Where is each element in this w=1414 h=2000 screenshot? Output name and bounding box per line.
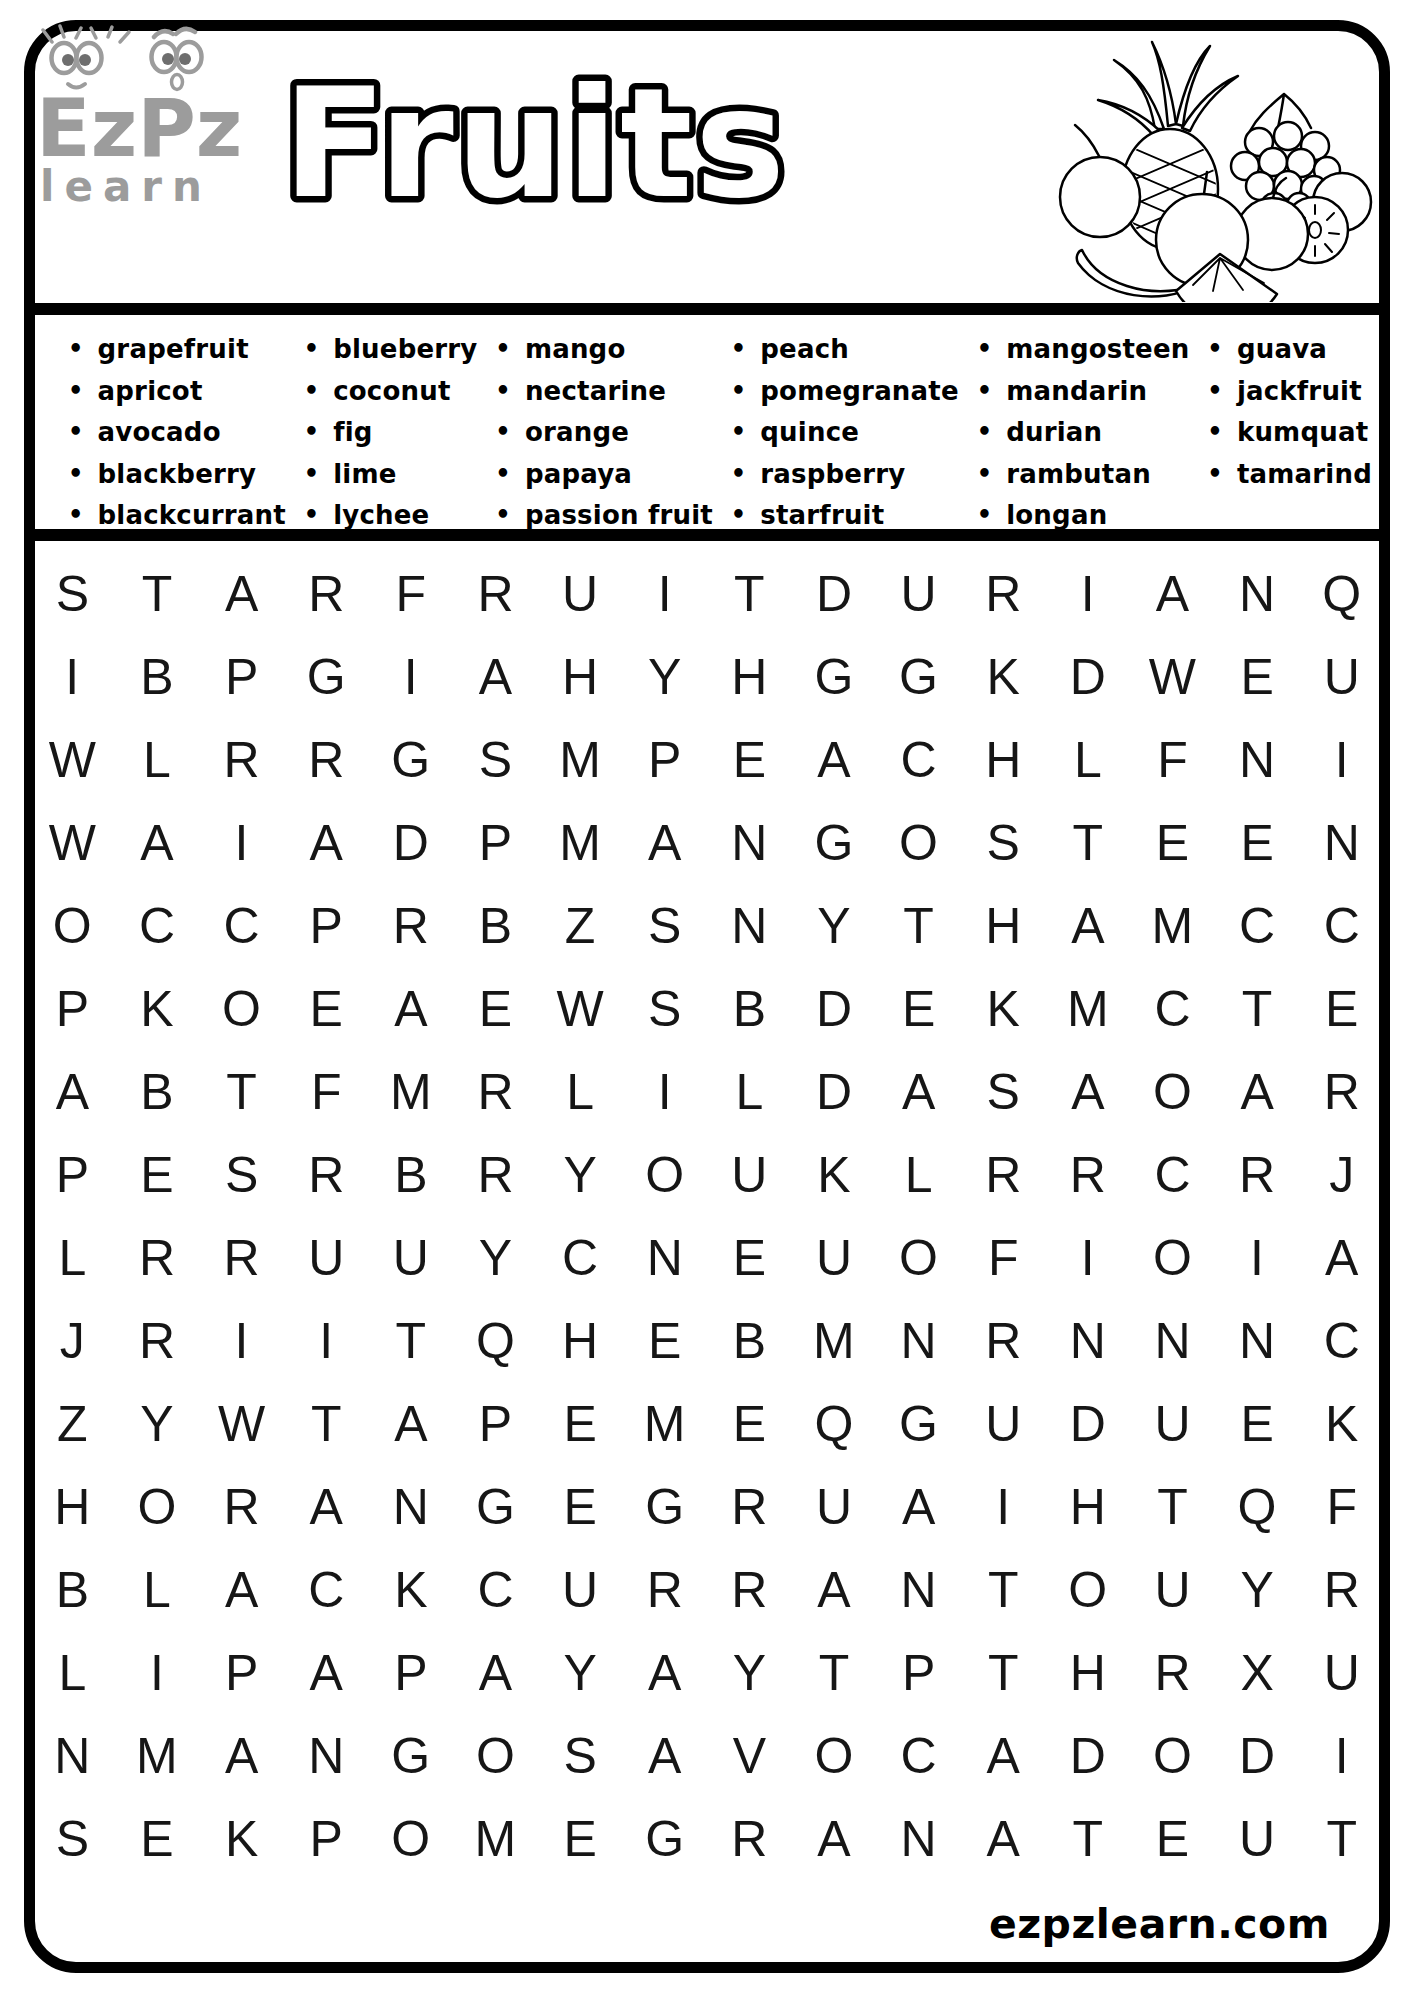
grid-cell-r14c14[interactable]: R	[1130, 1631, 1215, 1714]
grid-cell-r16c16[interactable]: T	[1299, 1797, 1384, 1880]
grid-cell-r7c11[interactable]: A	[876, 1050, 961, 1133]
grid-cell-r6c7[interactable]: W	[538, 967, 623, 1050]
grid-cell-r9c14[interactable]: O	[1130, 1216, 1215, 1299]
grid-cell-r1c7[interactable]: U	[538, 552, 623, 635]
grid-cell-r10c9[interactable]: B	[707, 1299, 792, 1382]
grid-cell-r12c14[interactable]: T	[1130, 1465, 1215, 1548]
bullet-icon: •	[731, 502, 747, 529]
grid-cell-r12c2[interactable]: O	[115, 1465, 200, 1548]
grid-cell-r9c8[interactable]: N	[622, 1216, 707, 1299]
grid-cell-r5c3[interactable]: C	[199, 884, 284, 967]
word-label: starfruit	[760, 502, 884, 529]
grid-cell-r9c11[interactable]: O	[876, 1216, 961, 1299]
bullet-icon: •	[68, 461, 84, 488]
grid-cell-r4c11[interactable]: O	[876, 801, 961, 884]
grid-cell-r12c11[interactable]: A	[876, 1465, 961, 1548]
grid-cell-r10c11[interactable]: N	[876, 1299, 961, 1382]
grid-cell-r15c2[interactable]: M	[115, 1714, 200, 1797]
word-list-item[interactable]: •tamarind	[1207, 461, 1372, 488]
grid-cell-r11c10[interactable]: Q	[792, 1382, 877, 1465]
grid-cell-r16c2[interactable]: E	[115, 1797, 200, 1880]
grid-cell-r15c10[interactable]: O	[792, 1714, 877, 1797]
grid-cell-r13c14[interactable]: U	[1130, 1548, 1215, 1631]
grid-cell-r3c15[interactable]: N	[1215, 718, 1300, 801]
grid-cell-r9c9[interactable]: E	[707, 1216, 792, 1299]
grid-cell-r14c10[interactable]: T	[792, 1631, 877, 1714]
grid-cell-r1c12[interactable]: R	[961, 552, 1046, 635]
grid-cell-r16c12[interactable]: A	[961, 1797, 1046, 1880]
grid-cell-r15c7[interactable]: S	[538, 1714, 623, 1797]
word-list-item[interactable]: •pomegranate	[731, 378, 959, 405]
grid-cell-r8c14[interactable]: C	[1130, 1133, 1215, 1216]
word-list-item[interactable]: •apricot	[68, 378, 286, 405]
grid-cell-r14c3[interactable]: P	[199, 1631, 284, 1714]
grid-cell-r3c13[interactable]: L	[1046, 718, 1131, 801]
grid-cell-r5c12[interactable]: H	[961, 884, 1046, 967]
grid-cell-r3c6[interactable]: S	[453, 718, 538, 801]
grid-cell-r13c2[interactable]: L	[115, 1548, 200, 1631]
grid-cell-r10c3[interactable]: I	[199, 1299, 284, 1382]
grid-cell-r2c16[interactable]: U	[1299, 635, 1384, 718]
grid-cell-r14c6[interactable]: A	[453, 1631, 538, 1714]
grid-cell-r16c5[interactable]: O	[369, 1797, 454, 1880]
grid-cell-r2c3[interactable]: P	[199, 635, 284, 718]
grid-cell-r6c2[interactable]: K	[115, 967, 200, 1050]
word-list-item[interactable]: •quince	[731, 419, 959, 446]
grid-cell-r9c16[interactable]: A	[1299, 1216, 1384, 1299]
grid-cell-r11c12[interactable]: U	[961, 1382, 1046, 1465]
word-list-item[interactable]: •peach	[731, 336, 959, 363]
word-list-item[interactable]: •orange	[495, 419, 713, 446]
word-list-item[interactable]: •blackcurrant	[68, 502, 286, 529]
grid-cell-r4c12[interactable]: S	[961, 801, 1046, 884]
grid-cell-r16c9[interactable]: R	[707, 1797, 792, 1880]
grid-cell-r3c14[interactable]: F	[1130, 718, 1215, 801]
grid-cell-r14c2[interactable]: I	[115, 1631, 200, 1714]
grid-cell-r16c14[interactable]: E	[1130, 1797, 1215, 1880]
grid-cell-r9c6[interactable]: Y	[453, 1216, 538, 1299]
grid-cell-r8c3[interactable]: S	[199, 1133, 284, 1216]
grid-cell-r3c3[interactable]: R	[199, 718, 284, 801]
grid-cell-r11c14[interactable]: U	[1130, 1382, 1215, 1465]
grid-cell-r13c1[interactable]: B	[30, 1548, 115, 1631]
grid-cell-r8c5[interactable]: B	[369, 1133, 454, 1216]
grid-cell-r6c1[interactable]: P	[30, 967, 115, 1050]
grid-cell-r10c16[interactable]: C	[1299, 1299, 1384, 1382]
grid-cell-r13c9[interactable]: R	[707, 1548, 792, 1631]
grid-cell-r1c11[interactable]: U	[876, 552, 961, 635]
grid-cell-r11c6[interactable]: P	[453, 1382, 538, 1465]
grid-cell-r1c9[interactable]: T	[707, 552, 792, 635]
grid-cell-r9c4[interactable]: U	[284, 1216, 369, 1299]
grid-cell-r14c12[interactable]: T	[961, 1631, 1046, 1714]
grid-cell-r5c15[interactable]: C	[1215, 884, 1300, 967]
grid-cell-r2c1[interactable]: I	[30, 635, 115, 718]
word-list-item[interactable]: •avocado	[68, 419, 286, 446]
grid-cell-r15c5[interactable]: G	[369, 1714, 454, 1797]
grid-cell-r13c16[interactable]: R	[1299, 1548, 1384, 1631]
word-list-item[interactable]: •lime	[304, 461, 478, 488]
grid-cell-r2c10[interactable]: G	[792, 635, 877, 718]
bullet-icon: •	[304, 502, 320, 529]
grid-cell-r2c11[interactable]: G	[876, 635, 961, 718]
grid-cell-r6c10[interactable]: D	[792, 967, 877, 1050]
grid-cell-r11c8[interactable]: M	[622, 1382, 707, 1465]
grid-cell-r16c11[interactable]: N	[876, 1797, 961, 1880]
grid-cell-r11c13[interactable]: D	[1046, 1382, 1131, 1465]
word-label: kumquat	[1237, 419, 1368, 446]
grid-cell-r7c9[interactable]: L	[707, 1050, 792, 1133]
grid-cell-r9c3[interactable]: R	[199, 1216, 284, 1299]
grid-cell-r5c10[interactable]: Y	[792, 884, 877, 967]
grid-cell-r7c13[interactable]: A	[1046, 1050, 1131, 1133]
grid-cell-r14c1[interactable]: L	[30, 1631, 115, 1714]
grid-cell-r15c4[interactable]: N	[284, 1714, 369, 1797]
grid-cell-r14c11[interactable]: P	[876, 1631, 961, 1714]
grid-cell-r1c1[interactable]: S	[30, 552, 115, 635]
grid-cell-r8c13[interactable]: R	[1046, 1133, 1131, 1216]
grid-cell-r12c12[interactable]: I	[961, 1465, 1046, 1548]
grid-cell-r8c9[interactable]: U	[707, 1133, 792, 1216]
grid-cell-r16c3[interactable]: K	[199, 1797, 284, 1880]
grid-cell-r9c2[interactable]: R	[115, 1216, 200, 1299]
grid-cell-r4c1[interactable]: W	[30, 801, 115, 884]
grid-cell-r16c1[interactable]: S	[30, 1797, 115, 1880]
grid-cell-r3c1[interactable]: W	[30, 718, 115, 801]
grid-cell-r10c15[interactable]: N	[1215, 1299, 1300, 1382]
grid-cell-r15c14[interactable]: O	[1130, 1714, 1215, 1797]
grid-cell-r10c8[interactable]: E	[622, 1299, 707, 1382]
grid-cell-r8c4[interactable]: R	[284, 1133, 369, 1216]
grid-cell-r6c5[interactable]: A	[369, 967, 454, 1050]
word-list-item[interactable]: •starfruit	[731, 502, 959, 529]
grid-cell-r10c1[interactable]: J	[30, 1299, 115, 1382]
grid-cell-r4c6[interactable]: P	[453, 801, 538, 884]
grid-cell-r8c11[interactable]: L	[876, 1133, 961, 1216]
grid-cell-r3c4[interactable]: R	[284, 718, 369, 801]
grid-cell-r7c14[interactable]: O	[1130, 1050, 1215, 1133]
grid-cell-r7c16[interactable]: R	[1299, 1050, 1384, 1133]
grid-cell-r3c11[interactable]: C	[876, 718, 961, 801]
grid-cell-r15c11[interactable]: C	[876, 1714, 961, 1797]
word-list-item[interactable]: •blackberry	[68, 461, 286, 488]
grid-cell-r5c14[interactable]: M	[1130, 884, 1215, 967]
word-list-item[interactable]: •mango	[495, 336, 713, 363]
word-list-item[interactable]: •mangosteen	[977, 336, 1190, 363]
grid-cell-r3c7[interactable]: M	[538, 718, 623, 801]
grid-cell-r10c10[interactable]: M	[792, 1299, 877, 1382]
grid-cell-r9c12[interactable]: F	[961, 1216, 1046, 1299]
grid-cell-r12c4[interactable]: A	[284, 1465, 369, 1548]
grid-cell-r16c8[interactable]: G	[622, 1797, 707, 1880]
grid-cell-r7c6[interactable]: R	[453, 1050, 538, 1133]
grid-cell-r4c9[interactable]: N	[707, 801, 792, 884]
grid-cell-r8c6[interactable]: R	[453, 1133, 538, 1216]
grid-cell-r14c4[interactable]: A	[284, 1631, 369, 1714]
word-list-item[interactable]: •rambutan	[977, 461, 1190, 488]
word-list-item[interactable]: •jackfruit	[1207, 378, 1372, 405]
grid-cell-r7c7[interactable]: L	[538, 1050, 623, 1133]
grid-cell-r15c13[interactable]: D	[1046, 1714, 1131, 1797]
grid-cell-r6c12[interactable]: K	[961, 967, 1046, 1050]
grid-cell-r4c5[interactable]: D	[369, 801, 454, 884]
word-list-item[interactable]: •kumquat	[1207, 419, 1372, 446]
grid-cell-r7c8[interactable]: I	[622, 1050, 707, 1133]
grid-cell-r15c12[interactable]: A	[961, 1714, 1046, 1797]
bullet-icon: •	[1207, 378, 1223, 405]
grid-cell-r9c15[interactable]: I	[1215, 1216, 1300, 1299]
word-list-item[interactable]: •nectarine	[495, 378, 713, 405]
grid-cell-r4c15[interactable]: E	[1215, 801, 1300, 884]
grid-cell-r2c14[interactable]: W	[1130, 635, 1215, 718]
grid-cell-r15c1[interactable]: N	[30, 1714, 115, 1797]
word-list-column-3: •mango•nectarine•orange•papaya•passion f…	[495, 336, 713, 526]
grid-cell-r10c7[interactable]: H	[538, 1299, 623, 1382]
bullet-icon: •	[304, 461, 320, 488]
grid-cell-r2c8[interactable]: Y	[622, 635, 707, 718]
bullet-icon: •	[1207, 336, 1223, 363]
website-link[interactable]: ezpzlearn.com	[989, 1900, 1330, 1948]
grid-cell-r7c2[interactable]: B	[115, 1050, 200, 1133]
grid-cell-r10c14[interactable]: N	[1130, 1299, 1215, 1382]
grid-cell-r8c2[interactable]: E	[115, 1133, 200, 1216]
word-list-item[interactable]: •durian	[977, 419, 1190, 446]
grid-cell-r7c15[interactable]: A	[1215, 1050, 1300, 1133]
grid-cell-r12c10[interactable]: U	[792, 1465, 877, 1548]
grid-cell-r1c6[interactable]: R	[453, 552, 538, 635]
grid-cell-r5c11[interactable]: T	[876, 884, 961, 967]
grid-cell-r3c5[interactable]: G	[369, 718, 454, 801]
grid-cell-r4c3[interactable]: I	[199, 801, 284, 884]
grid-cell-r6c3[interactable]: O	[199, 967, 284, 1050]
grid-cell-r9c10[interactable]: U	[792, 1216, 877, 1299]
grid-cell-r16c10[interactable]: A	[792, 1797, 877, 1880]
grid-cell-r12c6[interactable]: G	[453, 1465, 538, 1548]
grid-cell-r4c10[interactable]: G	[792, 801, 877, 884]
grid-cell-r1c15[interactable]: N	[1215, 552, 1300, 635]
grid-cell-r6c9[interactable]: B	[707, 967, 792, 1050]
grid-cell-r9c1[interactable]: L	[30, 1216, 115, 1299]
grid-cell-r4c7[interactable]: M	[538, 801, 623, 884]
grid-cell-r2c9[interactable]: H	[707, 635, 792, 718]
grid-cell-r5c8[interactable]: S	[622, 884, 707, 967]
word-label: papaya	[525, 461, 632, 488]
word-list-item[interactable]: •raspberry	[731, 461, 959, 488]
grid-cell-r12c1[interactable]: H	[30, 1465, 115, 1548]
word-list-item[interactable]: •papaya	[495, 461, 713, 488]
grid-cell-r9c13[interactable]: I	[1046, 1216, 1131, 1299]
grid-cell-r11c2[interactable]: Y	[115, 1382, 200, 1465]
grid-cell-r3c8[interactable]: P	[622, 718, 707, 801]
grid-cell-r3c9[interactable]: E	[707, 718, 792, 801]
grid-cell-r3c10[interactable]: A	[792, 718, 877, 801]
grid-cell-r1c5[interactable]: F	[369, 552, 454, 635]
grid-cell-r7c4[interactable]: F	[284, 1050, 369, 1133]
grid-cell-r13c8[interactable]: R	[622, 1548, 707, 1631]
bullet-icon: •	[731, 461, 747, 488]
grid-cell-r8c16[interactable]: J	[1299, 1133, 1384, 1216]
grid-cell-r9c7[interactable]: C	[538, 1216, 623, 1299]
grid-cell-r13c11[interactable]: N	[876, 1548, 961, 1631]
grid-cell-r5c4[interactable]: P	[284, 884, 369, 967]
grid-cell-r13c4[interactable]: C	[284, 1548, 369, 1631]
grid-cell-r6c14[interactable]: C	[1130, 967, 1215, 1050]
grid-cell-r10c6[interactable]: Q	[453, 1299, 538, 1382]
grid-cell-r11c16[interactable]: K	[1299, 1382, 1384, 1465]
grid-cell-r6c16[interactable]: E	[1299, 967, 1384, 1050]
grid-cell-r6c4[interactable]: E	[284, 967, 369, 1050]
grid-cell-r7c3[interactable]: T	[199, 1050, 284, 1133]
bullet-icon: •	[495, 502, 511, 529]
grid-cell-r9c5[interactable]: U	[369, 1216, 454, 1299]
grid-cell-r13c6[interactable]: C	[453, 1548, 538, 1631]
grid-cell-r13c13[interactable]: O	[1046, 1548, 1131, 1631]
grid-cell-r7c10[interactable]: D	[792, 1050, 877, 1133]
grid-cell-r11c7[interactable]: E	[538, 1382, 623, 1465]
grid-cell-r11c9[interactable]: E	[707, 1382, 792, 1465]
grid-cell-r5c6[interactable]: B	[453, 884, 538, 967]
grid-cell-r5c13[interactable]: A	[1046, 884, 1131, 967]
grid-cell-r12c16[interactable]: F	[1299, 1465, 1384, 1548]
grid-cell-r4c16[interactable]: N	[1299, 801, 1384, 884]
grid-cell-r12c13[interactable]: H	[1046, 1465, 1131, 1548]
word-list-item[interactable]: •coconut	[304, 378, 478, 405]
grid-cell-r10c5[interactable]: T	[369, 1299, 454, 1382]
grid-cell-r14c16[interactable]: U	[1299, 1631, 1384, 1714]
grid-cell-r4c8[interactable]: A	[622, 801, 707, 884]
grid-cell-r4c2[interactable]: A	[115, 801, 200, 884]
grid-cell-r11c11[interactable]: G	[876, 1382, 961, 1465]
grid-cell-r15c3[interactable]: A	[199, 1714, 284, 1797]
grid-cell-r2c7[interactable]: H	[538, 635, 623, 718]
grid-cell-r1c16[interactable]: Q	[1299, 552, 1384, 635]
grid-cell-r11c15[interactable]: E	[1215, 1382, 1300, 1465]
grid-cell-r8c10[interactable]: K	[792, 1133, 877, 1216]
grid-cell-r8c8[interactable]: O	[622, 1133, 707, 1216]
grid-cell-r7c1[interactable]: A	[30, 1050, 115, 1133]
grid-cell-r15c8[interactable]: A	[622, 1714, 707, 1797]
grid-cell-r6c11[interactable]: E	[876, 967, 961, 1050]
grid-cell-r11c4[interactable]: T	[284, 1382, 369, 1465]
grid-cell-r6c8[interactable]: S	[622, 967, 707, 1050]
grid-cell-r1c4[interactable]: R	[284, 552, 369, 635]
grid-cell-r8c1[interactable]: P	[30, 1133, 115, 1216]
grid-cell-r15c16[interactable]: I	[1299, 1714, 1384, 1797]
grid-cell-r13c3[interactable]: A	[199, 1548, 284, 1631]
grid-cell-r7c5[interactable]: M	[369, 1050, 454, 1133]
grid-cell-r12c5[interactable]: N	[369, 1465, 454, 1548]
grid-cell-r6c15[interactable]: T	[1215, 967, 1300, 1050]
word-label: nectarine	[525, 378, 666, 405]
grid-cell-r14c15[interactable]: X	[1215, 1631, 1300, 1714]
word-list-item[interactable]: •guava	[1207, 336, 1372, 363]
grid-cell-r12c3[interactable]: R	[199, 1465, 284, 1548]
grid-cell-r7c12[interactable]: S	[961, 1050, 1046, 1133]
grid-cell-r16c4[interactable]: P	[284, 1797, 369, 1880]
grid-cell-r8c12[interactable]: R	[961, 1133, 1046, 1216]
grid-cell-r15c6[interactable]: O	[453, 1714, 538, 1797]
grid-cell-r2c15[interactable]: E	[1215, 635, 1300, 718]
grid-cell-r1c10[interactable]: D	[792, 552, 877, 635]
grid-cell-r1c13[interactable]: I	[1046, 552, 1131, 635]
grid-cell-r13c12[interactable]: T	[961, 1548, 1046, 1631]
grid-cell-r12c9[interactable]: R	[707, 1465, 792, 1548]
grid-cell-r16c6[interactable]: M	[453, 1797, 538, 1880]
grid-cell-r13c15[interactable]: Y	[1215, 1548, 1300, 1631]
grid-cell-r3c12[interactable]: H	[961, 718, 1046, 801]
grid-cell-r2c6[interactable]: A	[453, 635, 538, 718]
grid-cell-r1c2[interactable]: T	[115, 552, 200, 635]
grid-cell-r6c13[interactable]: M	[1046, 967, 1131, 1050]
grid-cell-r12c15[interactable]: Q	[1215, 1465, 1300, 1548]
grid-cell-r5c1[interactable]: O	[30, 884, 115, 967]
grid-cell-r15c9[interactable]: V	[707, 1714, 792, 1797]
grid-cell-r8c7[interactable]: Y	[538, 1133, 623, 1216]
grid-cell-r2c13[interactable]: D	[1046, 635, 1131, 718]
grid-cell-r12c7[interactable]: E	[538, 1465, 623, 1548]
word-list-item[interactable]: •mandarin	[977, 378, 1190, 405]
grid-cell-r5c7[interactable]: Z	[538, 884, 623, 967]
grid-cell-r5c5[interactable]: R	[369, 884, 454, 967]
word-list-item[interactable]: •fig	[304, 419, 478, 446]
grid-cell-r1c8[interactable]: I	[622, 552, 707, 635]
grid-cell-r13c10[interactable]: A	[792, 1548, 877, 1631]
grid-cell-r16c7[interactable]: E	[538, 1797, 623, 1880]
grid-cell-r13c7[interactable]: U	[538, 1548, 623, 1631]
grid-cell-r4c4[interactable]: A	[284, 801, 369, 884]
grid-cell-r16c15[interactable]: U	[1215, 1797, 1300, 1880]
grid-cell-r5c16[interactable]: C	[1299, 884, 1384, 967]
grid-cell-r10c2[interactable]: R	[115, 1299, 200, 1382]
grid-cell-r1c14[interactable]: A	[1130, 552, 1215, 635]
word-list-item[interactable]: •longan	[977, 502, 1190, 529]
grid-cell-r8c15[interactable]: R	[1215, 1133, 1300, 1216]
grid-cell-r16c13[interactable]: T	[1046, 1797, 1131, 1880]
grid-cell-r15c15[interactable]: D	[1215, 1714, 1300, 1797]
grid-cell-r11c3[interactable]: W	[199, 1382, 284, 1465]
grid-cell-r14c7[interactable]: Y	[538, 1631, 623, 1714]
grid-cell-r14c9[interactable]: Y	[707, 1631, 792, 1714]
grid-cell-r6c6[interactable]: E	[453, 967, 538, 1050]
grid-cell-r12c8[interactable]: G	[622, 1465, 707, 1548]
grid-cell-r14c13[interactable]: H	[1046, 1631, 1131, 1714]
grid-cell-r1c3[interactable]: A	[199, 552, 284, 635]
grid-cell-r3c2[interactable]: L	[115, 718, 200, 801]
grid-cell-r2c5[interactable]: I	[369, 635, 454, 718]
grid-cell-r14c8[interactable]: A	[622, 1631, 707, 1714]
grid-cell-r10c13[interactable]: N	[1046, 1299, 1131, 1382]
word-list-item[interactable]: •blueberry	[304, 336, 478, 363]
grid-cell-r10c4[interactable]: I	[284, 1299, 369, 1382]
letter-grid: STARFRUITDURIANQIBPGIAHYHGGKDWEUWLRRGSMP…	[30, 552, 1384, 1880]
grid-cell-r11c5[interactable]: A	[369, 1382, 454, 1465]
grid-cell-r2c2[interactable]: B	[115, 635, 200, 718]
word-list-item[interactable]: •lychee	[304, 502, 478, 529]
grid-cell-r5c9[interactable]: N	[707, 884, 792, 967]
grid-cell-r2c12[interactable]: K	[961, 635, 1046, 718]
grid-cell-r4c14[interactable]: E	[1130, 801, 1215, 884]
word-list-item[interactable]: •grapefruit	[68, 336, 286, 363]
grid-cell-r4c13[interactable]: T	[1046, 801, 1131, 884]
grid-cell-r10c12[interactable]: R	[961, 1299, 1046, 1382]
word-list-item[interactable]: •passion fruit	[495, 502, 713, 529]
grid-cell-r2c4[interactable]: G	[284, 635, 369, 718]
grid-cell-r5c2[interactable]: C	[115, 884, 200, 967]
grid-cell-r3c16[interactable]: I	[1299, 718, 1384, 801]
grid-cell-r13c5[interactable]: K	[369, 1548, 454, 1631]
grid-cell-r11c1[interactable]: Z	[30, 1382, 115, 1465]
grid-cell-r14c5[interactable]: P	[369, 1631, 454, 1714]
